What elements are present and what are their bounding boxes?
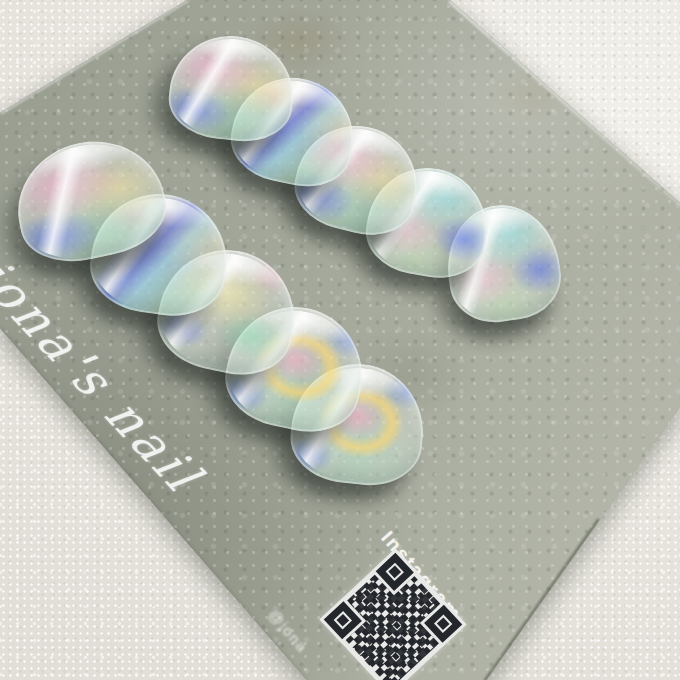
photo-canvas: jona's nail Instagram @jona bbox=[0, 0, 680, 680]
card-edge-highlight-top-left bbox=[0, 0, 189, 115]
card-edge-shadow-bottom-right bbox=[483, 518, 600, 680]
card-edge-highlight-top-right bbox=[448, 0, 680, 206]
